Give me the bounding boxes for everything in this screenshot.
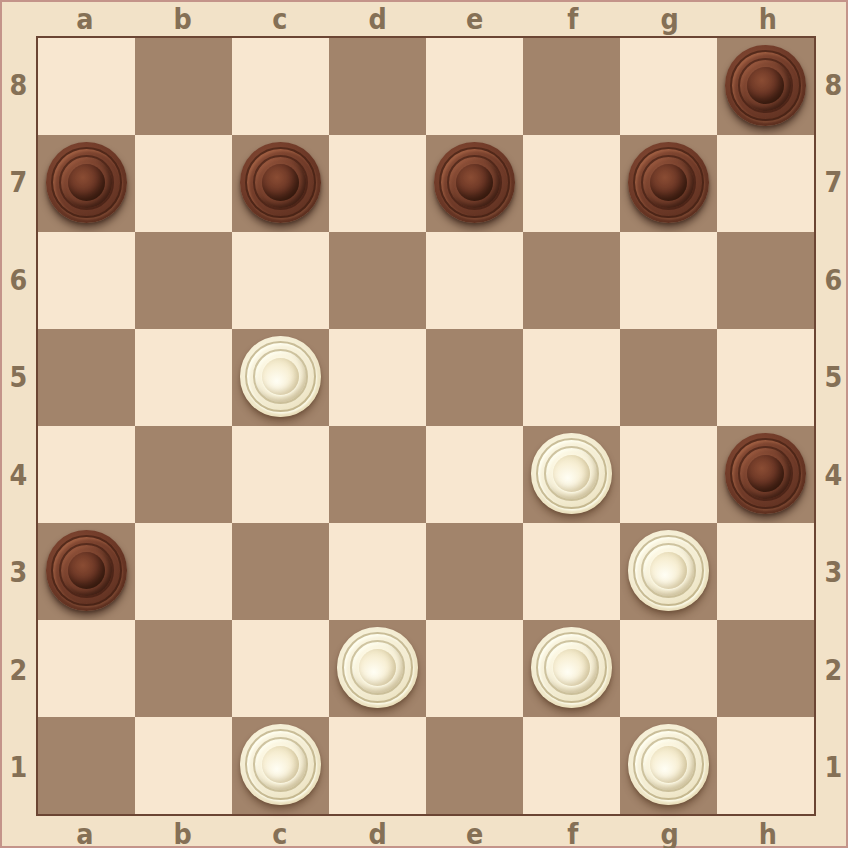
square-d4[interactable] [329, 426, 426, 523]
rank-label-6: 6 [4, 231, 33, 329]
piece-dome [553, 649, 590, 686]
square-h4[interactable] [717, 426, 814, 523]
checker-white-f4[interactable] [531, 433, 612, 514]
square-b8[interactable] [135, 38, 232, 135]
square-h6[interactable] [717, 232, 814, 329]
square-b6[interactable] [135, 232, 232, 329]
square-a1[interactable] [38, 717, 135, 814]
rank-label-4: 4 [4, 426, 33, 524]
piece-dome [650, 746, 687, 783]
square-e3[interactable] [426, 523, 523, 620]
square-c7[interactable] [232, 135, 329, 232]
file-label-g: g [627, 817, 713, 848]
rank-label-3: 3 [819, 524, 848, 622]
square-f3[interactable] [523, 523, 620, 620]
rank-label-6: 6 [819, 231, 848, 329]
piece-dome [553, 455, 590, 492]
square-f6[interactable] [523, 232, 620, 329]
rank-label-7: 7 [819, 134, 848, 232]
square-e6[interactable] [426, 232, 523, 329]
checker-dark-g7[interactable] [628, 142, 709, 223]
square-c1[interactable] [232, 717, 329, 814]
checker-dark-a7[interactable] [46, 142, 127, 223]
square-d2[interactable] [329, 620, 426, 717]
piece-dome [650, 552, 687, 589]
piece-dome [68, 552, 105, 589]
square-a6[interactable] [38, 232, 135, 329]
square-g5[interactable] [620, 329, 717, 426]
square-f1[interactable] [523, 717, 620, 814]
file-label-g: g [627, 2, 713, 36]
file-label-c: c [237, 817, 323, 848]
checker-dark-c7[interactable] [240, 142, 321, 223]
file-label-e: e [432, 2, 518, 36]
file-label-h: h [724, 817, 810, 848]
rank-labels-left: 87654321 [2, 36, 35, 816]
square-d8[interactable] [329, 38, 426, 135]
square-e7[interactable] [426, 135, 523, 232]
square-b7[interactable] [135, 135, 232, 232]
checker-dark-h4[interactable] [725, 433, 806, 514]
piece-dome [747, 67, 784, 104]
checker-dark-e7[interactable] [434, 142, 515, 223]
square-b2[interactable] [135, 620, 232, 717]
rank-labels-right: 87654321 [817, 36, 848, 816]
file-label-d: d [334, 817, 420, 848]
rank-label-3: 3 [4, 524, 33, 622]
piece-dome [650, 164, 687, 201]
square-c8[interactable] [232, 38, 329, 135]
piece-dome [262, 358, 299, 395]
square-h8[interactable] [717, 38, 814, 135]
checker-white-g1[interactable] [628, 724, 709, 805]
rank-label-8: 8 [819, 36, 848, 134]
rank-label-1: 1 [819, 719, 848, 817]
square-c5[interactable] [232, 329, 329, 426]
rank-label-5: 5 [819, 329, 848, 427]
checker-white-c5[interactable] [240, 336, 321, 417]
file-label-c: c [237, 2, 323, 36]
square-h2[interactable] [717, 620, 814, 717]
square-d7[interactable] [329, 135, 426, 232]
square-b3[interactable] [135, 523, 232, 620]
square-f2[interactable] [523, 620, 620, 717]
square-e4[interactable] [426, 426, 523, 523]
square-e1[interactable] [426, 717, 523, 814]
square-e2[interactable] [426, 620, 523, 717]
rank-label-2: 2 [4, 621, 33, 719]
square-c6[interactable] [232, 232, 329, 329]
square-g2[interactable] [620, 620, 717, 717]
rank-label-5: 5 [4, 329, 33, 427]
file-label-b: b [139, 2, 225, 36]
square-h7[interactable] [717, 135, 814, 232]
square-d1[interactable] [329, 717, 426, 814]
square-d6[interactable] [329, 232, 426, 329]
checker-white-d2[interactable] [337, 627, 418, 708]
file-label-f: f [529, 2, 615, 36]
square-b5[interactable] [135, 329, 232, 426]
file-label-a: a [42, 817, 128, 848]
square-f5[interactable] [523, 329, 620, 426]
square-e8[interactable] [426, 38, 523, 135]
square-g1[interactable] [620, 717, 717, 814]
rank-label-2: 2 [819, 621, 848, 719]
square-a4[interactable] [38, 426, 135, 523]
rank-label-1: 1 [4, 719, 33, 817]
square-g4[interactable] [620, 426, 717, 523]
rank-label-8: 8 [4, 36, 33, 134]
square-h5[interactable] [717, 329, 814, 426]
square-b1[interactable] [135, 717, 232, 814]
square-c2[interactable] [232, 620, 329, 717]
checker-white-g3[interactable] [628, 530, 709, 611]
checker-white-f2[interactable] [531, 627, 612, 708]
square-h1[interactable] [717, 717, 814, 814]
square-a8[interactable] [38, 38, 135, 135]
square-f8[interactable] [523, 38, 620, 135]
square-a7[interactable] [38, 135, 135, 232]
file-label-b: b [139, 817, 225, 848]
square-g7[interactable] [620, 135, 717, 232]
rank-label-4: 4 [819, 426, 848, 524]
square-h3[interactable] [717, 523, 814, 620]
square-a5[interactable] [38, 329, 135, 426]
piece-dome [68, 164, 105, 201]
checker-white-c1[interactable] [240, 724, 321, 805]
square-g8[interactable] [620, 38, 717, 135]
square-g6[interactable] [620, 232, 717, 329]
file-label-f: f [529, 817, 615, 848]
square-f7[interactable] [523, 135, 620, 232]
checker-dark-h8[interactable] [725, 45, 806, 126]
checkers-board-frame: abcdefgh abcdefgh 87654321 87654321 [0, 0, 848, 848]
file-label-e: e [432, 817, 518, 848]
square-d5[interactable] [329, 329, 426, 426]
square-g3[interactable] [620, 523, 717, 620]
piece-dome [456, 164, 493, 201]
file-labels-top: abcdefgh [36, 2, 816, 35]
file-label-h: h [724, 2, 810, 36]
file-labels-bottom: abcdefgh [36, 817, 816, 848]
checker-dark-a3[interactable] [46, 530, 127, 611]
square-a2[interactable] [38, 620, 135, 717]
file-label-d: d [334, 2, 420, 36]
checkers-board[interactable] [36, 36, 816, 816]
square-e5[interactable] [426, 329, 523, 426]
piece-dome [262, 164, 299, 201]
square-a3[interactable] [38, 523, 135, 620]
file-label-a: a [42, 2, 128, 36]
square-d3[interactable] [329, 523, 426, 620]
square-c3[interactable] [232, 523, 329, 620]
rank-label-7: 7 [4, 134, 33, 232]
piece-dome [747, 455, 784, 492]
square-f4[interactable] [523, 426, 620, 523]
square-c4[interactable] [232, 426, 329, 523]
square-b4[interactable] [135, 426, 232, 523]
piece-dome [359, 649, 396, 686]
piece-dome [262, 746, 299, 783]
